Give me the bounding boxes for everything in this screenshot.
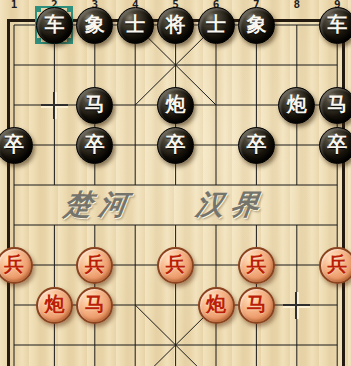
- selection-corner: [35, 6, 41, 12]
- last-move-cross-marker: [41, 92, 68, 119]
- piece-glyph: 兵: [246, 254, 266, 274]
- selection-corner: [67, 6, 73, 12]
- piece-glyph: 炮: [44, 294, 64, 314]
- river-text-left: 楚河: [61, 186, 136, 224]
- file-label-1: 1: [11, 0, 18, 11]
- black-soldier[interactable]: 卒: [238, 127, 275, 164]
- cross-bar: [53, 92, 55, 119]
- piece-glyph: 士: [125, 14, 145, 34]
- red-cannon[interactable]: 炮: [36, 287, 73, 324]
- red-horse[interactable]: 马: [238, 287, 275, 324]
- piece-glyph: 卒: [4, 134, 24, 154]
- piece-glyph: 马: [85, 94, 105, 114]
- piece-glyph: 车: [44, 14, 64, 34]
- piece-glyph: 炮: [287, 94, 307, 114]
- piece-glyph: 士: [206, 14, 226, 34]
- piece-glyph: 炮: [166, 94, 186, 114]
- black-cannon[interactable]: 炮: [157, 87, 194, 124]
- black-soldier[interactable]: 卒: [319, 127, 351, 164]
- xiangqi-board[interactable]: 楚河 汉界 123456789车象士将士象车马炮炮马卒卒卒卒卒兵兵兵兵兵炮马炮马: [0, 0, 351, 366]
- red-soldier[interactable]: 兵: [76, 247, 113, 284]
- file-label-8: 8: [293, 0, 300, 11]
- piece-glyph: 马: [327, 94, 347, 114]
- piece-glyph: 马: [246, 294, 266, 314]
- black-elephant[interactable]: 象: [76, 7, 113, 44]
- black-horse[interactable]: 马: [319, 87, 351, 124]
- cross-bar: [295, 292, 297, 319]
- piece-glyph: 将: [166, 14, 186, 34]
- black-elephant[interactable]: 象: [238, 7, 275, 44]
- black-advisor[interactable]: 士: [117, 7, 154, 44]
- black-advisor[interactable]: 士: [198, 7, 235, 44]
- black-chariot[interactable]: 车: [36, 7, 73, 44]
- black-general[interactable]: 将: [157, 7, 194, 44]
- piece-glyph: 象: [85, 14, 105, 34]
- piece-glyph: 兵: [166, 254, 186, 274]
- piece-glyph: 兵: [85, 254, 105, 274]
- piece-glyph: 炮: [206, 294, 226, 314]
- last-move-cross-marker: [283, 292, 310, 319]
- red-horse[interactable]: 马: [76, 287, 113, 324]
- piece-glyph: 兵: [327, 254, 347, 274]
- piece-glyph: 卒: [85, 134, 105, 154]
- river-text-right: 汉界: [193, 186, 268, 224]
- piece-glyph: 车: [327, 14, 347, 34]
- red-soldier[interactable]: 兵: [238, 247, 275, 284]
- red-cannon[interactable]: 炮: [198, 287, 235, 324]
- black-horse[interactable]: 马: [76, 87, 113, 124]
- red-soldier[interactable]: 兵: [157, 247, 194, 284]
- red-soldier[interactable]: 兵: [0, 247, 33, 284]
- black-soldier[interactable]: 卒: [0, 127, 33, 164]
- piece-glyph: 卒: [246, 134, 266, 154]
- piece-glyph: 兵: [4, 254, 24, 274]
- piece-glyph: 卒: [327, 134, 347, 154]
- selection-corner: [67, 38, 73, 44]
- piece-glyph: 卒: [166, 134, 186, 154]
- red-soldier[interactable]: 兵: [319, 247, 351, 284]
- black-cannon[interactable]: 炮: [278, 87, 315, 124]
- black-soldier[interactable]: 卒: [157, 127, 194, 164]
- piece-glyph: 马: [85, 294, 105, 314]
- selection-corner: [35, 38, 41, 44]
- black-chariot[interactable]: 车: [319, 7, 351, 44]
- piece-glyph: 象: [246, 14, 266, 34]
- black-soldier[interactable]: 卒: [76, 127, 113, 164]
